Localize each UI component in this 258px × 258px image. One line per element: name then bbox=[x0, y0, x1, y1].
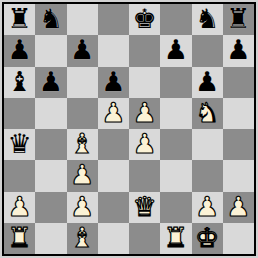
piece-white-pawn[interactable]: ♟ bbox=[70, 161, 94, 188]
piece-white-bishop[interactable]: ♝ bbox=[70, 224, 94, 251]
board-frame: ♜♞♚♞♜♟♟♟♟♝♟♟♟♟♟♞♛♝♟♟♟♟♛♟♟♜♝♜♚ bbox=[0, 0, 258, 258]
piece-black-knight[interactable]: ♞ bbox=[39, 5, 63, 32]
square-e7[interactable] bbox=[129, 35, 160, 66]
square-g3[interactable] bbox=[192, 160, 223, 191]
square-g1[interactable]: ♚ bbox=[192, 223, 223, 254]
piece-black-pawn[interactable]: ♟ bbox=[8, 36, 32, 63]
square-c5[interactable] bbox=[67, 98, 98, 129]
square-h4[interactable] bbox=[223, 129, 254, 160]
square-a5[interactable] bbox=[4, 98, 35, 129]
piece-black-rook[interactable]: ♜ bbox=[226, 5, 250, 32]
square-a3[interactable] bbox=[4, 160, 35, 191]
square-e3[interactable] bbox=[129, 160, 160, 191]
square-h3[interactable] bbox=[223, 160, 254, 191]
square-d5[interactable]: ♟ bbox=[98, 98, 129, 129]
square-b4[interactable] bbox=[35, 129, 66, 160]
square-g8[interactable]: ♞ bbox=[192, 4, 223, 35]
piece-white-rook[interactable]: ♜ bbox=[8, 224, 32, 251]
piece-white-pawn[interactable]: ♟ bbox=[226, 193, 250, 220]
square-c4[interactable]: ♝ bbox=[67, 129, 98, 160]
chess-board: ♜♞♚♞♜♟♟♟♟♝♟♟♟♟♟♞♛♝♟♟♟♟♛♟♟♜♝♜♚ bbox=[2, 2, 256, 256]
piece-black-pawn[interactable]: ♟ bbox=[39, 68, 63, 95]
piece-white-queen[interactable]: ♛ bbox=[133, 193, 157, 220]
square-c3[interactable]: ♟ bbox=[67, 160, 98, 191]
square-c7[interactable]: ♟ bbox=[67, 35, 98, 66]
square-d2[interactable] bbox=[98, 192, 129, 223]
square-a8[interactable]: ♜ bbox=[4, 4, 35, 35]
square-g5[interactable]: ♞ bbox=[192, 98, 223, 129]
square-e8[interactable]: ♚ bbox=[129, 4, 160, 35]
square-e2[interactable]: ♛ bbox=[129, 192, 160, 223]
square-a4[interactable]: ♛ bbox=[4, 129, 35, 160]
piece-white-pawn[interactable]: ♟ bbox=[101, 99, 125, 126]
piece-black-pawn[interactable]: ♟ bbox=[101, 68, 125, 95]
square-d7[interactable] bbox=[98, 35, 129, 66]
square-g4[interactable] bbox=[192, 129, 223, 160]
square-h6[interactable] bbox=[223, 67, 254, 98]
piece-black-pawn[interactable]: ♟ bbox=[70, 36, 94, 63]
square-d3[interactable] bbox=[98, 160, 129, 191]
piece-black-pawn[interactable]: ♟ bbox=[195, 68, 219, 95]
square-a6[interactable]: ♝ bbox=[4, 67, 35, 98]
square-g7[interactable] bbox=[192, 35, 223, 66]
piece-black-pawn[interactable]: ♟ bbox=[164, 36, 188, 63]
square-e4[interactable]: ♟ bbox=[129, 129, 160, 160]
square-a7[interactable]: ♟ bbox=[4, 35, 35, 66]
square-a1[interactable]: ♜ bbox=[4, 223, 35, 254]
square-b6[interactable]: ♟ bbox=[35, 67, 66, 98]
piece-white-pawn[interactable]: ♟ bbox=[133, 99, 157, 126]
piece-black-queen[interactable]: ♛ bbox=[8, 130, 32, 157]
square-g6[interactable]: ♟ bbox=[192, 67, 223, 98]
square-b8[interactable]: ♞ bbox=[35, 4, 66, 35]
piece-white-pawn[interactable]: ♟ bbox=[133, 130, 157, 157]
square-f7[interactable]: ♟ bbox=[160, 35, 191, 66]
square-f6[interactable] bbox=[160, 67, 191, 98]
square-f1[interactable]: ♜ bbox=[160, 223, 191, 254]
square-f8[interactable] bbox=[160, 4, 191, 35]
square-h7[interactable]: ♟ bbox=[223, 35, 254, 66]
piece-white-king[interactable]: ♚ bbox=[195, 224, 219, 251]
square-b5[interactable] bbox=[35, 98, 66, 129]
square-b3[interactable] bbox=[35, 160, 66, 191]
square-d1[interactable] bbox=[98, 223, 129, 254]
square-c1[interactable]: ♝ bbox=[67, 223, 98, 254]
piece-black-rook[interactable]: ♜ bbox=[8, 5, 32, 32]
square-b7[interactable] bbox=[35, 35, 66, 66]
square-h5[interactable] bbox=[223, 98, 254, 129]
square-h1[interactable] bbox=[223, 223, 254, 254]
piece-white-pawn[interactable]: ♟ bbox=[8, 193, 32, 220]
square-h8[interactable]: ♜ bbox=[223, 4, 254, 35]
square-a2[interactable]: ♟ bbox=[4, 192, 35, 223]
square-c6[interactable] bbox=[67, 67, 98, 98]
square-f2[interactable] bbox=[160, 192, 191, 223]
square-d6[interactable]: ♟ bbox=[98, 67, 129, 98]
square-h2[interactable]: ♟ bbox=[223, 192, 254, 223]
piece-black-knight[interactable]: ♞ bbox=[195, 5, 219, 32]
piece-white-rook[interactable]: ♜ bbox=[164, 224, 188, 251]
piece-black-king[interactable]: ♚ bbox=[133, 5, 157, 32]
square-f5[interactable] bbox=[160, 98, 191, 129]
square-d8[interactable] bbox=[98, 4, 129, 35]
piece-white-knight[interactable]: ♞ bbox=[195, 99, 219, 126]
piece-black-bishop[interactable]: ♝ bbox=[8, 68, 32, 95]
square-f4[interactable] bbox=[160, 129, 191, 160]
piece-black-pawn[interactable]: ♟ bbox=[226, 36, 250, 63]
square-b1[interactable] bbox=[35, 223, 66, 254]
square-c2[interactable]: ♟ bbox=[67, 192, 98, 223]
piece-white-pawn[interactable]: ♟ bbox=[70, 193, 94, 220]
square-f3[interactable] bbox=[160, 160, 191, 191]
piece-white-pawn[interactable]: ♟ bbox=[195, 193, 219, 220]
square-d4[interactable] bbox=[98, 129, 129, 160]
square-b2[interactable] bbox=[35, 192, 66, 223]
square-e1[interactable] bbox=[129, 223, 160, 254]
square-g2[interactable]: ♟ bbox=[192, 192, 223, 223]
piece-white-bishop[interactable]: ♝ bbox=[70, 130, 94, 157]
square-e5[interactable]: ♟ bbox=[129, 98, 160, 129]
square-c8[interactable] bbox=[67, 4, 98, 35]
square-e6[interactable] bbox=[129, 67, 160, 98]
